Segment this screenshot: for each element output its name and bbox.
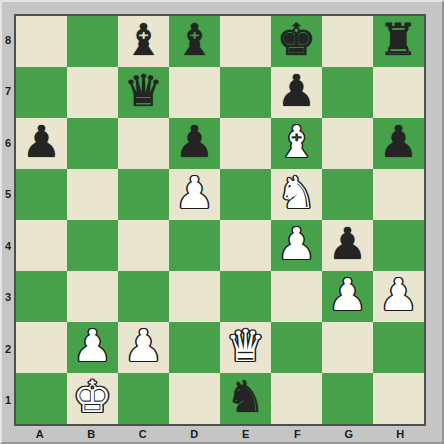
square-g8[interactable] [322,16,373,67]
square-h1[interactable] [373,373,424,424]
file-label-c: C [117,426,169,442]
square-b5[interactable] [67,169,118,220]
square-f4[interactable]: ♟ [271,220,322,271]
square-a7[interactable] [16,67,67,118]
piece-black-pawn[interactable]: ♟ [277,69,316,116]
file-label-g: G [323,426,375,442]
square-b7[interactable] [67,67,118,118]
square-g7[interactable] [322,67,373,118]
square-a5[interactable] [16,169,67,220]
piece-white-pawn[interactable]: ♟ [379,273,418,320]
square-a6[interactable]: ♟ [16,118,67,169]
rank-label-1: 1 [2,375,14,427]
piece-white-pawn[interactable]: ♟ [124,324,163,371]
file-label-b: B [66,426,118,442]
square-f8[interactable]: ♚ [271,16,322,67]
square-b1[interactable]: ♚ [67,373,118,424]
rank-label-2: 2 [2,323,14,375]
square-d7[interactable] [169,67,220,118]
piece-white-pawn[interactable]: ♟ [175,171,214,218]
square-f6[interactable]: ♝ [271,118,322,169]
board-frame: 87654321 ♝♝♚♜♛♟♟♟♝♟♟♞♟♟♟♟♟♟♛♚♞ ABCDEFGH [0,0,444,444]
square-g4[interactable]: ♟ [322,220,373,271]
rank-label-4: 4 [2,220,14,272]
square-e5[interactable] [220,169,271,220]
file-labels: ABCDEFGH [14,426,426,442]
piece-white-knight[interactable]: ♞ [277,171,316,218]
square-e6[interactable] [220,118,271,169]
square-h7[interactable] [373,67,424,118]
piece-black-pawn[interactable]: ♟ [379,120,418,167]
square-c3[interactable] [118,271,169,322]
square-f5[interactable]: ♞ [271,169,322,220]
square-f7[interactable]: ♟ [271,67,322,118]
square-d4[interactable] [169,220,220,271]
square-f3[interactable] [271,271,322,322]
square-e8[interactable] [220,16,271,67]
square-c1[interactable] [118,373,169,424]
piece-black-rook[interactable]: ♜ [379,18,418,65]
piece-black-king[interactable]: ♚ [277,18,316,65]
rank-label-3: 3 [2,272,14,324]
square-c7[interactable]: ♛ [118,67,169,118]
square-a1[interactable] [16,373,67,424]
rank-label-7: 7 [2,66,14,118]
square-b4[interactable] [67,220,118,271]
file-label-d: D [169,426,221,442]
square-h2[interactable] [373,322,424,373]
square-c2[interactable]: ♟ [118,322,169,373]
square-e1[interactable]: ♞ [220,373,271,424]
square-f2[interactable] [271,322,322,373]
square-g6[interactable] [322,118,373,169]
square-d3[interactable] [169,271,220,322]
piece-white-pawn[interactable]: ♟ [73,324,112,371]
square-g3[interactable]: ♟ [322,271,373,322]
square-d5[interactable]: ♟ [169,169,220,220]
square-d8[interactable]: ♝ [169,16,220,67]
piece-black-bishop[interactable]: ♝ [175,18,214,65]
piece-white-king[interactable]: ♚ [73,375,112,422]
square-a2[interactable] [16,322,67,373]
file-label-f: F [272,426,324,442]
square-b8[interactable] [67,16,118,67]
square-h5[interactable] [373,169,424,220]
square-g1[interactable] [322,373,373,424]
file-label-e: E [220,426,272,442]
square-h6[interactable]: ♟ [373,118,424,169]
rank-labels: 87654321 [2,14,14,426]
piece-black-queen[interactable]: ♛ [124,69,163,116]
square-h4[interactable] [373,220,424,271]
square-b2[interactable]: ♟ [67,322,118,373]
piece-black-pawn[interactable]: ♟ [328,222,367,269]
square-d2[interactable] [169,322,220,373]
square-f1[interactable] [271,373,322,424]
square-a3[interactable] [16,271,67,322]
piece-black-knight[interactable]: ♞ [226,375,265,422]
chess-board[interactable]: ♝♝♚♜♛♟♟♟♝♟♟♞♟♟♟♟♟♟♛♚♞ [14,14,426,426]
file-label-h: H [375,426,427,442]
square-g5[interactable] [322,169,373,220]
rank-label-6: 6 [2,117,14,169]
square-d1[interactable] [169,373,220,424]
piece-white-pawn[interactable]: ♟ [328,273,367,320]
square-h3[interactable]: ♟ [373,271,424,322]
square-g2[interactable] [322,322,373,373]
square-e4[interactable] [220,220,271,271]
square-a4[interactable] [16,220,67,271]
square-b3[interactable] [67,271,118,322]
square-e3[interactable] [220,271,271,322]
piece-black-pawn[interactable]: ♟ [22,120,61,167]
square-c6[interactable] [118,118,169,169]
piece-white-queen[interactable]: ♛ [226,324,265,371]
rank-label-8: 8 [2,14,14,66]
square-d6[interactable]: ♟ [169,118,220,169]
square-c5[interactable] [118,169,169,220]
square-a8[interactable] [16,16,67,67]
square-e2[interactable]: ♛ [220,322,271,373]
piece-white-pawn[interactable]: ♟ [277,222,316,269]
square-h8[interactable]: ♜ [373,16,424,67]
rank-label-5: 5 [2,169,14,221]
file-label-a: A [14,426,66,442]
piece-white-bishop[interactable]: ♝ [277,120,316,167]
square-b6[interactable] [67,118,118,169]
square-c8[interactable]: ♝ [118,16,169,67]
piece-black-bishop[interactable]: ♝ [124,18,163,65]
square-e7[interactable] [220,67,271,118]
square-c4[interactable] [118,220,169,271]
piece-black-pawn[interactable]: ♟ [175,120,214,167]
